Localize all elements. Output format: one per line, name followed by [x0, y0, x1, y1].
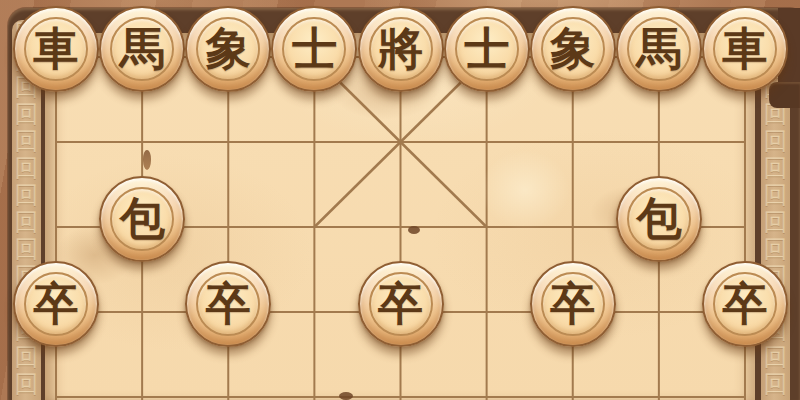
piece-character: 卒	[723, 281, 768, 326]
piece-face: 將	[369, 17, 433, 81]
piece-character: 卒	[34, 281, 79, 326]
black-elephant[interactable]: 象	[530, 6, 616, 92]
black-cannon[interactable]: 包	[616, 176, 702, 262]
piece-character: 卒	[550, 281, 595, 326]
piece-face: 士	[282, 17, 346, 81]
piece-face: 象	[196, 17, 260, 81]
piece-face: 象	[541, 17, 605, 81]
piece-character: 馬	[120, 26, 165, 71]
piece-face: 包	[110, 187, 174, 251]
black-horse[interactable]: 馬	[616, 6, 702, 92]
piece-character: 將	[378, 26, 423, 71]
piece-face: 車	[713, 17, 777, 81]
piece-character: 卒	[206, 281, 251, 326]
piece-character: 包	[120, 196, 165, 241]
piece-character: 士	[464, 26, 509, 71]
piece-face: 卒	[196, 272, 260, 336]
black-advisor[interactable]: 士	[271, 6, 357, 92]
piece-character: 象	[550, 26, 595, 71]
black-horse[interactable]: 馬	[99, 6, 185, 92]
piece-face: 士	[455, 17, 519, 81]
black-elephant[interactable]: 象	[185, 6, 271, 92]
black-soldier[interactable]: 卒	[358, 261, 444, 347]
piece-face: 卒	[713, 272, 777, 336]
piece-face: 包	[627, 187, 691, 251]
black-soldier[interactable]: 卒	[530, 261, 616, 347]
black-soldier[interactable]: 卒	[13, 261, 99, 347]
piece-face: 卒	[369, 272, 433, 336]
black-general[interactable]: 將	[358, 6, 444, 92]
piece-character: 車	[34, 26, 79, 71]
black-soldier[interactable]: 卒	[185, 261, 271, 347]
black-advisor[interactable]: 士	[444, 6, 530, 92]
piece-face: 馬	[627, 17, 691, 81]
black-cannon[interactable]: 包	[99, 176, 185, 262]
black-chariot[interactable]: 車	[702, 6, 788, 92]
piece-character: 車	[723, 26, 768, 71]
piece-face: 車	[24, 17, 88, 81]
piece-character: 包	[636, 196, 681, 241]
piece-character: 象	[206, 26, 251, 71]
piece-character: 士	[292, 26, 337, 71]
piece-face: 卒	[24, 272, 88, 336]
black-chariot[interactable]: 車	[13, 6, 99, 92]
piece-character: 馬	[636, 26, 681, 71]
piece-face: 卒	[541, 272, 605, 336]
black-soldier[interactable]: 卒	[702, 261, 788, 347]
piece-character: 卒	[378, 281, 423, 326]
piece-face: 馬	[110, 17, 174, 81]
